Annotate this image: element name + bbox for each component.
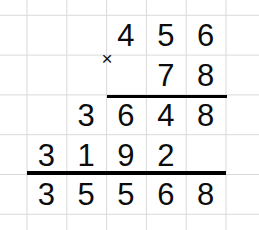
digit-cell: 5 (146, 16, 186, 56)
digit-cell: 7 (146, 56, 186, 96)
digit-cell: 3 (27, 135, 67, 175)
product-rule-line (27, 171, 226, 175)
digit-cell: 3 (66, 95, 106, 135)
digit-cell: 8 (186, 175, 226, 215)
digit-cell: 4 (146, 95, 186, 135)
multiplication-sign-icon: × (101, 48, 112, 67)
digit-cell: 2 (146, 135, 186, 175)
multiplication-worksheet: 4 5 6 7 8 3 6 4 8 3 1 9 2 3 5 5 6 8 × (0, 0, 259, 230)
digit-cell: 8 (186, 95, 226, 135)
digit-cell: 3 (27, 175, 67, 215)
digit-cell: 8 (186, 56, 226, 96)
digit-cell: 9 (106, 135, 146, 175)
digit-cell: 6 (146, 175, 186, 215)
digit-cell: 6 (186, 16, 226, 56)
digit-cell: 6 (106, 95, 146, 135)
digit-cell: 1 (66, 135, 106, 175)
digit-cell: 5 (106, 175, 146, 215)
digit-grid: 4 5 6 7 8 3 6 4 8 3 1 9 2 3 5 5 6 8 (0, 0, 259, 230)
digit-cell: 5 (66, 175, 106, 215)
partial-product-rule-line (107, 95, 227, 98)
